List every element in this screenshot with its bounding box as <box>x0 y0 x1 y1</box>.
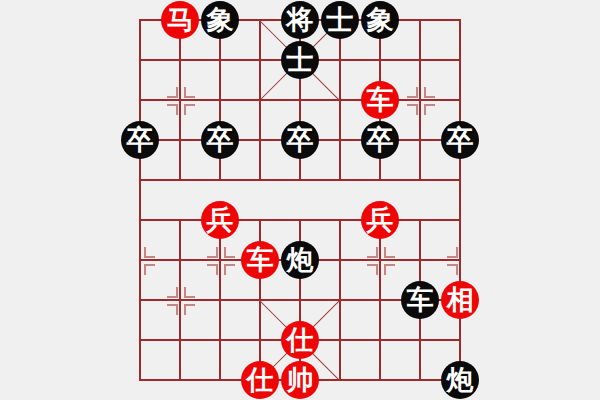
point-marker <box>424 87 435 98</box>
point-marker <box>184 87 195 98</box>
piece-glyph: 相 <box>447 281 474 319</box>
piece-glyph: 车 <box>407 281 434 319</box>
piece-red-elephant[interactable]: 相 <box>441 281 479 319</box>
point-marker <box>167 287 178 298</box>
point-marker <box>224 264 235 275</box>
grid-line-vertical <box>419 19 421 181</box>
piece-glyph: 车 <box>367 81 394 119</box>
piece-glyph: 马 <box>167 1 194 39</box>
piece-black-soldier[interactable]: 卒 <box>281 121 319 159</box>
point-marker <box>367 247 378 258</box>
point-marker <box>384 264 395 275</box>
point-marker <box>184 304 195 315</box>
grid-line-vertical <box>139 19 141 381</box>
piece-black-soldier[interactable]: 卒 <box>361 121 399 159</box>
piece-glyph: 卒 <box>367 121 394 159</box>
piece-glyph: 卒 <box>287 121 314 159</box>
piece-glyph: 兵 <box>367 201 394 239</box>
point-marker <box>407 104 418 115</box>
piece-glyph: 士 <box>327 1 354 39</box>
piece-glyph: 将 <box>287 1 314 39</box>
piece-black-cannon[interactable]: 炮 <box>281 241 319 279</box>
piece-glyph: 炮 <box>447 361 474 399</box>
piece-black-cannon[interactable]: 炮 <box>441 361 479 399</box>
piece-red-advisor[interactable]: 仕 <box>281 321 319 359</box>
point-marker <box>167 304 178 315</box>
piece-glyph: 兵 <box>207 201 234 239</box>
piece-glyph: 卒 <box>447 121 474 159</box>
point-marker <box>184 104 195 115</box>
point-marker <box>384 247 395 258</box>
piece-glyph: 士 <box>287 41 314 79</box>
piece-glyph: 仕 <box>247 361 274 399</box>
grid-line-vertical <box>179 19 181 181</box>
piece-glyph: 仕 <box>287 321 314 359</box>
piece-red-general[interactable]: 帅 <box>281 361 319 399</box>
piece-glyph: 炮 <box>287 241 314 279</box>
grid-line-vertical <box>179 219 181 381</box>
point-marker <box>144 247 155 258</box>
piece-black-elephant[interactable]: 象 <box>361 1 399 39</box>
xiangqi-screenshot: 马象将士象士车卒卒卒卒卒兵兵车炮车相仕仕帅炮 <box>0 0 600 400</box>
point-marker <box>367 264 378 275</box>
piece-red-chariot[interactable]: 车 <box>241 241 279 279</box>
point-marker <box>167 104 178 115</box>
point-marker <box>207 247 218 258</box>
piece-red-horse[interactable]: 马 <box>161 1 199 39</box>
piece-black-general[interactable]: 将 <box>281 1 319 39</box>
point-marker <box>447 264 458 275</box>
point-marker <box>447 247 458 258</box>
piece-glyph: 帅 <box>287 361 314 399</box>
point-marker <box>224 247 235 258</box>
point-marker <box>424 104 435 115</box>
piece-red-advisor[interactable]: 仕 <box>241 361 279 399</box>
point-marker <box>184 287 195 298</box>
piece-black-soldier[interactable]: 卒 <box>201 121 239 159</box>
point-marker <box>144 264 155 275</box>
point-marker <box>207 264 218 275</box>
piece-black-advisor[interactable]: 士 <box>281 41 319 79</box>
piece-black-elephant[interactable]: 象 <box>201 1 239 39</box>
piece-black-soldier[interactable]: 卒 <box>121 121 159 159</box>
point-marker <box>407 87 418 98</box>
grid-line-vertical <box>379 219 381 381</box>
piece-black-soldier[interactable]: 卒 <box>441 121 479 159</box>
piece-glyph: 卒 <box>207 121 234 159</box>
piece-black-advisor[interactable]: 士 <box>321 1 359 39</box>
piece-red-soldier[interactable]: 兵 <box>201 201 239 239</box>
piece-glyph: 卒 <box>127 121 154 159</box>
piece-black-chariot[interactable]: 车 <box>401 281 439 319</box>
piece-red-soldier[interactable]: 兵 <box>361 201 399 239</box>
point-marker <box>167 87 178 98</box>
piece-glyph: 象 <box>367 1 394 39</box>
xiangqi-board: 马象将士象士车卒卒卒卒卒兵兵车炮车相仕仕帅炮 <box>0 0 600 400</box>
piece-glyph: 车 <box>247 241 274 279</box>
piece-red-chariot[interactable]: 车 <box>361 81 399 119</box>
grid-line-vertical <box>459 19 461 381</box>
piece-glyph: 象 <box>207 1 234 39</box>
grid-line-vertical <box>219 219 221 381</box>
